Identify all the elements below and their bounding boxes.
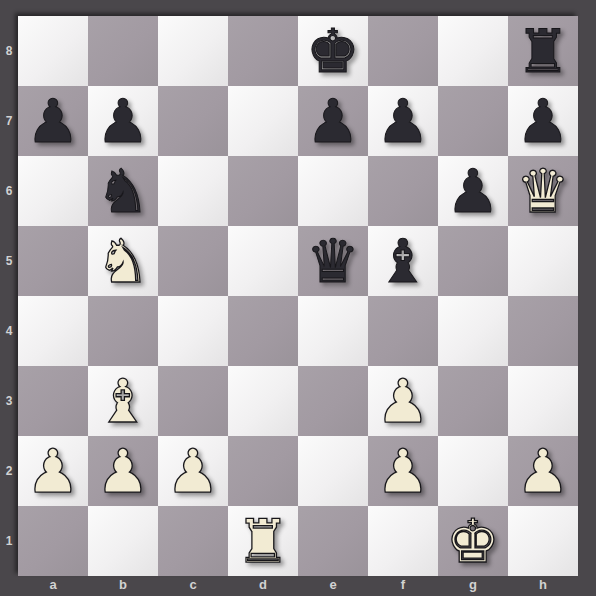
square-e8[interactable]: ♚ <box>298 16 368 86</box>
piece-bp-f7: ♟ <box>368 86 438 156</box>
square-e3[interactable] <box>298 366 368 436</box>
square-e2[interactable] <box>298 436 368 506</box>
rank-label-8: 8 <box>0 16 18 86</box>
square-e6[interactable] <box>298 156 368 226</box>
piece-bp-b7: ♟ <box>88 86 158 156</box>
square-h1[interactable] <box>508 506 578 576</box>
square-g2[interactable] <box>438 436 508 506</box>
file-label-f: f <box>368 576 438 596</box>
square-b3[interactable]: ♝ <box>88 366 158 436</box>
square-g7[interactable] <box>438 86 508 156</box>
square-c7[interactable] <box>158 86 228 156</box>
piece-bp-a7: ♟ <box>18 86 88 156</box>
square-b2[interactable]: ♟ <box>88 436 158 506</box>
piece-bp-g6: ♟ <box>438 156 508 226</box>
file-label-b: b <box>88 576 158 596</box>
square-f7[interactable]: ♟ <box>368 86 438 156</box>
square-c3[interactable] <box>158 366 228 436</box>
square-d6[interactable] <box>228 156 298 226</box>
square-f2[interactable]: ♟ <box>368 436 438 506</box>
square-e7[interactable]: ♟ <box>298 86 368 156</box>
square-g6[interactable]: ♟ <box>438 156 508 226</box>
square-h8[interactable]: ♜ <box>508 16 578 86</box>
square-b7[interactable]: ♟ <box>88 86 158 156</box>
square-h5[interactable] <box>508 226 578 296</box>
piece-wb-b3: ♝ <box>88 366 158 436</box>
square-g5[interactable] <box>438 226 508 296</box>
square-h7[interactable]: ♟ <box>508 86 578 156</box>
rank-label-7: 7 <box>0 86 18 156</box>
square-h4[interactable] <box>508 296 578 366</box>
square-a8[interactable] <box>18 16 88 86</box>
rank-label-6: 6 <box>0 156 18 226</box>
square-d1[interactable]: ♜ <box>228 506 298 576</box>
square-d2[interactable] <box>228 436 298 506</box>
piece-bp-e7: ♟ <box>298 86 368 156</box>
square-c4[interactable] <box>158 296 228 366</box>
square-e4[interactable] <box>298 296 368 366</box>
file-labels: abcdefgh <box>18 576 578 596</box>
square-h6[interactable]: ♛ <box>508 156 578 226</box>
square-a6[interactable] <box>18 156 88 226</box>
file-label-g: g <box>438 576 508 596</box>
rank-label-4: 4 <box>0 296 18 366</box>
piece-bp-h7: ♟ <box>508 86 578 156</box>
square-a3[interactable] <box>18 366 88 436</box>
square-h2[interactable]: ♟ <box>508 436 578 506</box>
square-a1[interactable] <box>18 506 88 576</box>
square-f6[interactable] <box>368 156 438 226</box>
square-c5[interactable] <box>158 226 228 296</box>
piece-wp-b2: ♟ <box>88 436 158 506</box>
square-d7[interactable] <box>228 86 298 156</box>
square-f1[interactable] <box>368 506 438 576</box>
square-a2[interactable]: ♟ <box>18 436 88 506</box>
piece-bb-f5: ♝ <box>368 226 438 296</box>
square-b4[interactable] <box>88 296 158 366</box>
file-label-d: d <box>228 576 298 596</box>
piece-bn-b6: ♞ <box>88 156 158 226</box>
piece-wn-b5: ♞ <box>88 226 158 296</box>
square-b6[interactable]: ♞ <box>88 156 158 226</box>
file-label-a: a <box>18 576 88 596</box>
square-e1[interactable] <box>298 506 368 576</box>
piece-wp-h2: ♟ <box>508 436 578 506</box>
square-a4[interactable] <box>18 296 88 366</box>
square-a5[interactable] <box>18 226 88 296</box>
file-label-h: h <box>508 576 578 596</box>
square-h3[interactable] <box>508 366 578 436</box>
rank-labels: 87654321 <box>0 16 18 576</box>
piece-wp-f2: ♟ <box>368 436 438 506</box>
file-label-c: c <box>158 576 228 596</box>
piece-wp-f3: ♟ <box>368 366 438 436</box>
chess-board-frame: 87654321 ♚♜♟♟♟♟♟♞♟♛♞♛♝♝♟♟♟♟♟♟♜♚ abcdefgh <box>0 0 596 596</box>
square-b8[interactable] <box>88 16 158 86</box>
chess-board: ♚♜♟♟♟♟♟♞♟♛♞♛♝♝♟♟♟♟♟♟♜♚ <box>18 16 578 576</box>
square-g8[interactable] <box>438 16 508 86</box>
square-e5[interactable]: ♛ <box>298 226 368 296</box>
square-g3[interactable] <box>438 366 508 436</box>
rank-label-2: 2 <box>0 436 18 506</box>
file-label-e: e <box>298 576 368 596</box>
rank-label-3: 3 <box>0 366 18 436</box>
square-d3[interactable] <box>228 366 298 436</box>
square-b5[interactable]: ♞ <box>88 226 158 296</box>
piece-bk-e8: ♚ <box>298 16 368 86</box>
square-g1[interactable]: ♚ <box>438 506 508 576</box>
square-d8[interactable] <box>228 16 298 86</box>
square-a7[interactable]: ♟ <box>18 86 88 156</box>
square-g4[interactable] <box>438 296 508 366</box>
square-f5[interactable]: ♝ <box>368 226 438 296</box>
square-c2[interactable]: ♟ <box>158 436 228 506</box>
piece-wp-c2: ♟ <box>158 436 228 506</box>
square-d4[interactable] <box>228 296 298 366</box>
square-c6[interactable] <box>158 156 228 226</box>
square-d5[interactable] <box>228 226 298 296</box>
square-f8[interactable] <box>368 16 438 86</box>
piece-wr-d1: ♜ <box>228 506 298 576</box>
piece-bq-e5: ♛ <box>298 226 368 296</box>
piece-wq-h6: ♛ <box>508 156 578 226</box>
square-f4[interactable] <box>368 296 438 366</box>
piece-wp-a2: ♟ <box>18 436 88 506</box>
square-c8[interactable] <box>158 16 228 86</box>
square-b1[interactable] <box>88 506 158 576</box>
square-f3[interactable]: ♟ <box>368 366 438 436</box>
piece-br-h8: ♜ <box>508 16 578 86</box>
rank-label-1: 1 <box>0 506 18 576</box>
rank-label-5: 5 <box>0 226 18 296</box>
square-c1[interactable] <box>158 506 228 576</box>
piece-wk-g1: ♚ <box>438 506 508 576</box>
